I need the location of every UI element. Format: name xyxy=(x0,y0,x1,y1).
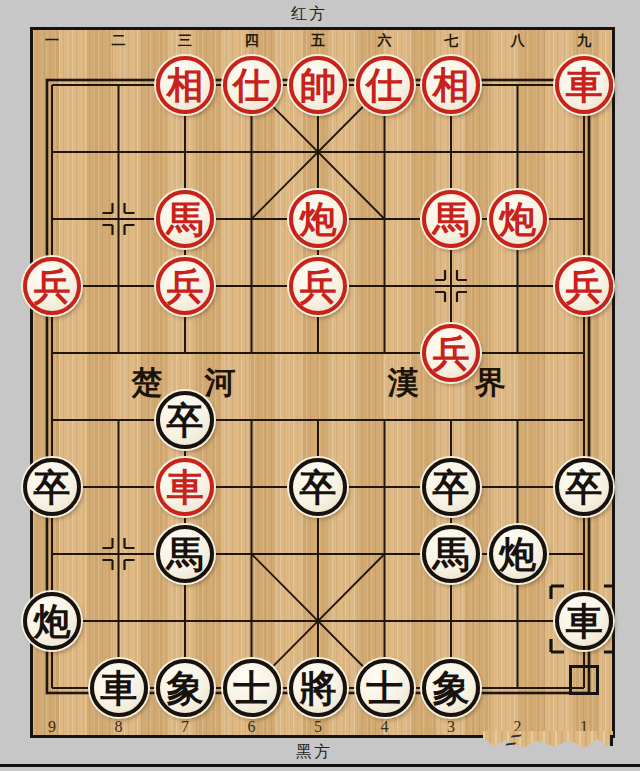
file-label-top-7: 七 xyxy=(444,32,458,50)
river-label-right-1: 界 xyxy=(475,362,506,404)
file-label-bottom-9: 9 xyxy=(48,718,56,736)
piece-glyph: 卒 xyxy=(433,469,470,506)
file-label-top-8: 八 xyxy=(511,32,525,50)
piece-glyph: 馬 xyxy=(433,536,470,573)
file-label-bottom-6: 6 xyxy=(248,718,256,736)
piece-glyph: 馬 xyxy=(433,201,470,238)
piece-black-elephant[interactable]: 象 xyxy=(156,659,214,717)
piece-glyph: 兵 xyxy=(34,268,71,305)
piece-red-chariot[interactable]: 車 xyxy=(156,458,214,516)
piece-black-soldier[interactable]: 卒 xyxy=(23,458,81,516)
board-edge-artifact xyxy=(483,731,613,749)
xiangqi-app: 红方 一二三四五六七八九 987654321 楚河漢界 相仕帥仕相車馬炮馬炮兵兵… xyxy=(0,0,640,771)
piece-black-soldier[interactable]: 卒 xyxy=(422,458,480,516)
piece-glyph: 兵 xyxy=(167,268,204,305)
piece-glyph: 車 xyxy=(100,670,137,707)
piece-red-soldier[interactable]: 兵 xyxy=(156,257,214,315)
piece-glyph: 象 xyxy=(167,670,204,707)
file-label-top-9: 九 xyxy=(577,32,591,50)
piece-black-advisor[interactable]: 士 xyxy=(223,659,281,717)
piece-black-cannon[interactable]: 炮 xyxy=(23,592,81,650)
piece-black-soldier[interactable]: 卒 xyxy=(156,391,214,449)
piece-black-soldier[interactable]: 卒 xyxy=(289,458,347,516)
piece-glyph: 卒 xyxy=(566,469,603,506)
piece-black-soldier[interactable]: 卒 xyxy=(555,458,613,516)
piece-red-soldier[interactable]: 兵 xyxy=(23,257,81,315)
piece-black-chariot[interactable]: 車 xyxy=(555,592,613,650)
piece-glyph: 馬 xyxy=(167,201,204,238)
black-side-label: 黑方 xyxy=(296,742,332,763)
board-border-stub xyxy=(610,735,613,746)
piece-glyph: 車 xyxy=(167,469,204,506)
piece-glyph: 士 xyxy=(233,670,270,707)
piece-glyph: 帥 xyxy=(300,67,337,104)
piece-black-horse[interactable]: 馬 xyxy=(156,525,214,583)
piece-glyph: 相 xyxy=(167,67,204,104)
piece-black-elephant[interactable]: 象 xyxy=(422,659,480,717)
piece-glyph: 仕 xyxy=(366,67,403,104)
piece-red-general[interactable]: 帥 xyxy=(289,56,347,114)
piece-glyph: 車 xyxy=(566,603,603,640)
piece-glyph: 兵 xyxy=(433,335,470,372)
piece-black-advisor[interactable]: 士 xyxy=(356,659,414,717)
file-label-bottom-3: 3 xyxy=(447,718,455,736)
piece-glyph: 卒 xyxy=(167,402,204,439)
piece-glyph: 卒 xyxy=(300,469,337,506)
file-label-bottom-5: 5 xyxy=(314,718,322,736)
file-label-bottom-7: 7 xyxy=(181,718,189,736)
piece-glyph: 將 xyxy=(300,670,337,707)
piece-glyph: 兵 xyxy=(300,268,337,305)
red-side-label: 红方 xyxy=(291,4,327,25)
file-label-bottom-4: 4 xyxy=(381,718,389,736)
file-label-bottom-8: 8 xyxy=(115,718,123,736)
file-label-top-6: 六 xyxy=(378,32,392,50)
piece-glyph: 仕 xyxy=(233,67,270,104)
piece-red-soldier[interactable]: 兵 xyxy=(289,257,347,315)
board-grid xyxy=(33,30,612,735)
piece-red-advisor[interactable]: 仕 xyxy=(223,56,281,114)
river-label-left-0: 楚 xyxy=(132,362,163,404)
bottom-divider xyxy=(0,764,640,767)
piece-glyph: 炮 xyxy=(34,603,71,640)
piece-red-soldier[interactable]: 兵 xyxy=(422,324,480,382)
piece-glyph: 馬 xyxy=(167,536,204,573)
piece-red-cannon[interactable]: 炮 xyxy=(489,190,547,248)
piece-red-horse[interactable]: 馬 xyxy=(156,190,214,248)
file-label-top-2: 二 xyxy=(112,32,126,50)
piece-glyph: 卒 xyxy=(34,469,71,506)
piece-red-cannon[interactable]: 炮 xyxy=(289,190,347,248)
file-label-top-1: 一 xyxy=(45,32,59,50)
piece-red-elephant[interactable]: 相 xyxy=(156,56,214,114)
piece-glyph: 炮 xyxy=(499,201,536,238)
river-label-left-1: 河 xyxy=(205,362,236,404)
file-label-top-4: 四 xyxy=(245,32,259,50)
piece-glyph: 相 xyxy=(433,67,470,104)
piece-glyph: 象 xyxy=(433,670,470,707)
piece-red-advisor[interactable]: 仕 xyxy=(356,56,414,114)
piece-red-chariot[interactable]: 車 xyxy=(555,56,613,114)
piece-glyph: 炮 xyxy=(300,201,337,238)
piece-glyph: 士 xyxy=(366,670,403,707)
file-label-top-5: 五 xyxy=(311,32,325,50)
piece-black-chariot[interactable]: 車 xyxy=(90,659,148,717)
piece-black-cannon[interactable]: 炮 xyxy=(489,525,547,583)
file-label-top-3: 三 xyxy=(178,32,192,50)
piece-red-elephant[interactable]: 相 xyxy=(422,56,480,114)
river-label-right-0: 漢 xyxy=(388,362,419,404)
piece-glyph: 車 xyxy=(566,67,603,104)
piece-red-horse[interactable]: 馬 xyxy=(422,190,480,248)
xiangqi-board[interactable]: 一二三四五六七八九 987654321 楚河漢界 相仕帥仕相車馬炮馬炮兵兵兵兵兵… xyxy=(33,30,612,735)
piece-black-general[interactable]: 將 xyxy=(289,659,347,717)
piece-glyph: 兵 xyxy=(566,268,603,305)
piece-glyph: 炮 xyxy=(499,536,536,573)
piece-black-horse[interactable]: 馬 xyxy=(422,525,480,583)
piece-red-soldier[interactable]: 兵 xyxy=(555,257,613,315)
